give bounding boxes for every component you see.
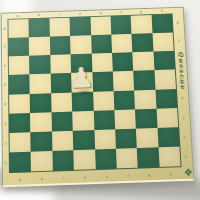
square-e7[interactable]	[91, 35, 112, 54]
coord-label: 5	[4, 83, 6, 87]
square-c8[interactable]	[49, 18, 70, 37]
coord-label: g	[148, 172, 150, 176]
square-d8[interactable]	[70, 17, 91, 36]
coord-label: c	[63, 175, 65, 179]
square-d1[interactable]	[73, 149, 95, 170]
square-c4[interactable]	[51, 92, 72, 112]
coord-label: g	[140, 10, 142, 14]
square-g4[interactable]	[134, 89, 156, 109]
chessboard-photo: abcdefgh abcdefgh 87654321 87654321 Ques…	[0, 0, 200, 200]
coord-label: b	[38, 13, 40, 17]
square-e8[interactable]	[90, 16, 111, 35]
square-b4[interactable]	[30, 93, 51, 113]
square-a5[interactable]	[9, 75, 30, 95]
square-a8[interactable]	[8, 19, 29, 38]
coord-label: 8	[177, 21, 179, 25]
square-h8[interactable]	[151, 14, 172, 33]
square-f6[interactable]	[112, 52, 133, 71]
corner-ornament-icon: ❖	[183, 167, 193, 178]
square-b7[interactable]	[29, 37, 50, 56]
square-d3[interactable]	[72, 111, 94, 131]
square-h7[interactable]	[152, 33, 174, 52]
square-f3[interactable]	[114, 109, 136, 129]
square-b3[interactable]	[30, 112, 51, 132]
square-e1[interactable]	[95, 149, 117, 169]
square-f1[interactable]	[116, 148, 138, 168]
square-d7[interactable]	[70, 35, 91, 54]
square-a2[interactable]	[10, 132, 31, 152]
square-g8[interactable]	[131, 15, 152, 34]
square-a4[interactable]	[9, 94, 30, 114]
coord-label: f	[120, 10, 121, 14]
square-h1[interactable]	[158, 146, 180, 166]
square-e2[interactable]	[94, 129, 116, 149]
coord-label: d	[79, 12, 81, 16]
square-b8[interactable]	[29, 18, 50, 37]
square-g3[interactable]	[135, 108, 157, 128]
square-d6[interactable]: ♟	[71, 54, 92, 73]
square-f2[interactable]	[115, 128, 137, 148]
square-a1[interactable]	[10, 152, 32, 173]
square-g1[interactable]	[137, 147, 159, 167]
square-d2[interactable]	[73, 130, 95, 150]
square-e4[interactable]	[93, 91, 115, 111]
coord-label: b	[41, 176, 43, 180]
coord-label: f	[127, 173, 128, 177]
square-f7[interactable]	[111, 34, 132, 53]
square-f4[interactable]	[113, 90, 135, 110]
square-g7[interactable]	[132, 33, 153, 52]
coord-label: 2	[184, 135, 186, 139]
square-b5[interactable]	[30, 74, 51, 94]
square-b2[interactable]	[31, 131, 53, 151]
coord-label: 7	[4, 45, 6, 49]
chess-board: abcdefgh abcdefgh 87654321 87654321 Ques…	[1, 7, 195, 188]
coord-label: d	[84, 174, 86, 178]
white-pawn[interactable]: ♟	[68, 64, 95, 93]
square-c3[interactable]	[51, 111, 73, 131]
square-f8[interactable]	[110, 16, 131, 35]
coord-label: a	[17, 14, 19, 18]
square-c2[interactable]	[52, 131, 74, 151]
coord-label: 6	[4, 64, 6, 68]
square-c7[interactable]	[50, 36, 71, 55]
coord-label: 7	[178, 39, 180, 43]
square-h6[interactable]	[153, 51, 175, 70]
coord-label: 1	[5, 161, 7, 165]
square-f5[interactable]	[113, 71, 135, 91]
coord-label: h	[161, 9, 163, 13]
coord-label: 3	[182, 116, 184, 120]
coord-label: 4	[181, 96, 183, 100]
coord-label: e	[100, 11, 102, 15]
brand-logo-text: Quescue	[176, 51, 186, 90]
square-a7[interactable]	[9, 37, 30, 56]
coord-label: e	[106, 174, 108, 178]
square-h5[interactable]	[154, 70, 176, 90]
square-a6[interactable]	[9, 56, 30, 75]
square-b1[interactable]	[31, 151, 53, 172]
square-g2[interactable]	[136, 128, 158, 148]
coord-label: 1	[185, 155, 187, 159]
coord-label: h	[170, 172, 172, 176]
square-b6[interactable]	[29, 55, 50, 74]
square-h3[interactable]	[156, 108, 178, 128]
square-e3[interactable]	[93, 110, 115, 130]
board-border: abcdefgh abcdefgh 87654321 87654321 Ques…	[1, 7, 195, 188]
square-h4[interactable]	[155, 89, 177, 109]
coord-label: 4	[4, 102, 6, 106]
square-h2[interactable]	[157, 127, 179, 147]
square-c1[interactable]	[52, 150, 74, 171]
coord-label: 8	[4, 26, 6, 30]
coord-label: a	[19, 177, 21, 181]
square-a3[interactable]	[9, 113, 30, 133]
square-g6[interactable]	[133, 52, 155, 71]
coord-label: 2	[5, 141, 7, 145]
board-grid: ♟	[7, 13, 181, 173]
square-g5[interactable]	[133, 70, 155, 90]
coord-label: 3	[4, 122, 6, 126]
coord-label: c	[58, 12, 60, 16]
